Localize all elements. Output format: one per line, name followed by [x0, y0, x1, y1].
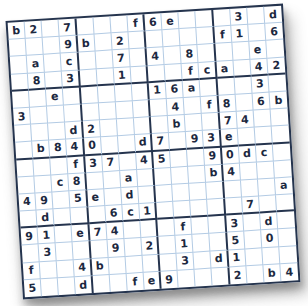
cell-r10c3: c	[52, 174, 70, 192]
cell-r9c14: d	[238, 145, 256, 163]
cell-r6c7	[116, 101, 134, 119]
cell-r13c16	[277, 212, 295, 230]
cell-r11c3	[53, 191, 71, 209]
cell-r1c2: 2	[25, 21, 43, 39]
cell-r10c16	[274, 160, 292, 178]
cell-r5c7	[115, 84, 133, 102]
cell-r4c2: 8	[28, 72, 46, 90]
cell-r6c15: 6	[252, 93, 270, 111]
cell-r3c1	[10, 56, 28, 74]
cell-r2c6	[94, 34, 112, 52]
cell-r8c16	[272, 126, 290, 144]
cell-r7c14: 4	[236, 111, 254, 129]
cell-r16c1: 5	[24, 279, 42, 297]
cell-r15c5: b	[91, 258, 109, 276]
cell-r2c9	[145, 30, 163, 48]
cell-r15c14	[245, 248, 263, 266]
cell-r8c1	[15, 142, 33, 160]
cell-r12c14: 7	[242, 197, 260, 215]
cell-r2c1	[9, 39, 27, 57]
cell-r6c6	[98, 102, 116, 120]
cell-r3c11: 8	[181, 45, 199, 63]
cell-r9c7	[119, 153, 137, 171]
cell-r16c14	[246, 265, 264, 283]
cell-r5c16	[268, 74, 286, 92]
cell-r7c13: 7	[219, 112, 237, 130]
cell-r14c3	[56, 243, 74, 261]
cell-r12c2: d	[37, 209, 55, 227]
cell-r12c7: c	[122, 204, 140, 222]
cell-r8c9: 7	[152, 133, 170, 151]
cell-r7c9	[151, 116, 169, 134]
cell-r6c12: f	[201, 96, 219, 114]
cell-r11c15	[258, 178, 276, 196]
cell-r5c15: 3	[251, 75, 269, 93]
cell-r4c16: 2	[267, 57, 285, 75]
cell-r6c2	[30, 106, 48, 124]
cell-r3c8	[129, 49, 147, 67]
cell-r8c10	[169, 132, 187, 150]
cell-r2c14: 1	[231, 25, 249, 43]
cell-r8c11: 9	[186, 131, 204, 149]
cell-r11c16: a	[275, 177, 293, 195]
cell-r7c10: b	[168, 115, 186, 133]
cell-r11c9	[155, 185, 173, 203]
cell-r1c16: d	[264, 6, 282, 24]
cell-r12c15	[259, 195, 277, 213]
cell-r11c2: 9	[36, 192, 54, 210]
cell-r6c5	[81, 103, 99, 121]
cell-r16c9: 9	[161, 270, 179, 288]
cell-r12c9	[156, 202, 174, 220]
cell-r2c8	[128, 31, 146, 49]
cell-r10c15	[257, 161, 275, 179]
cell-r7c12	[202, 113, 220, 131]
cell-r7c16	[270, 109, 288, 127]
cell-r10c13: 4	[222, 163, 240, 181]
cell-r12c6: 6	[105, 205, 123, 223]
cell-r15c13: 1	[228, 249, 246, 267]
cell-r10c9	[154, 168, 172, 186]
cell-r15c3	[57, 260, 75, 278]
cell-r1c1: b	[8, 22, 26, 40]
cell-r6c9	[150, 99, 168, 117]
cell-r5c1	[12, 90, 30, 108]
cell-r11c13	[224, 180, 242, 198]
cell-r16c12	[212, 267, 230, 285]
cell-r12c1	[20, 210, 38, 228]
cell-r7c5: 2	[82, 120, 100, 138]
cell-r3c15: e	[249, 41, 267, 59]
cell-r5c14	[234, 76, 252, 94]
cell-r1c7	[110, 15, 128, 33]
cell-r2c16: 6	[265, 23, 283, 41]
cell-r5c12	[200, 79, 218, 97]
cell-r6c8	[133, 100, 151, 118]
cell-r16c5	[92, 275, 110, 293]
cell-r15c12: d	[211, 250, 229, 268]
cell-r2c12	[197, 27, 215, 45]
cell-r1c11	[179, 11, 197, 29]
cell-r10c7: a	[120, 170, 138, 188]
cell-r8c14	[237, 128, 255, 146]
cell-r13c14	[243, 214, 261, 232]
cell-r16c4: d	[75, 276, 93, 294]
cell-r1c9: 6	[144, 13, 162, 31]
cell-r10c10	[171, 167, 189, 185]
cell-r1c15	[247, 7, 265, 25]
cell-r14c10: 1	[175, 235, 193, 253]
cell-r14c11	[193, 234, 211, 252]
cell-r4c14	[233, 59, 251, 77]
cell-r13c1: 9	[21, 228, 39, 246]
cell-r5c10: 6	[166, 81, 184, 99]
cell-r3c3	[44, 54, 62, 72]
cell-r9c9: 5	[153, 150, 171, 168]
cell-r11c14	[241, 179, 259, 197]
cell-r7c11	[185, 114, 203, 132]
cell-r14c12	[210, 233, 228, 251]
cell-r6c3	[47, 105, 65, 123]
cell-r9c15: c	[256, 144, 274, 162]
cell-r15c15	[262, 247, 280, 265]
cell-r10c4: 8	[69, 173, 87, 191]
sudoku-grid: b27f6e3d9b2f16ac748e831fca42e16a334f86bd…	[6, 4, 301, 300]
cell-r2c13: f	[214, 26, 232, 44]
cell-r13c4: e	[72, 224, 90, 242]
cell-r1c4: 7	[59, 19, 77, 37]
cell-r16c6	[109, 274, 127, 292]
cell-r16c13: 2	[229, 266, 247, 284]
cell-r4c6	[96, 68, 114, 86]
cell-r7c1	[14, 125, 32, 143]
cell-r8c3: 8	[49, 140, 67, 158]
cell-r4c3	[45, 71, 63, 89]
cell-r10c2	[34, 175, 52, 193]
cell-r16c16: 4	[280, 263, 298, 281]
cell-r15c1: f	[23, 262, 41, 280]
cell-r9c13: 0	[221, 146, 239, 164]
cell-r8c2: b	[32, 141, 50, 159]
cell-r14c8: 2	[141, 237, 159, 255]
cell-r6c10: 4	[167, 98, 185, 116]
cell-r7c2	[31, 124, 49, 142]
cell-r13c9	[157, 219, 175, 237]
cell-r13c2: 1	[38, 227, 56, 245]
screenshot-stage: b27f6e3d9b2f16ac748e831fca42e16a334f86bd…	[0, 0, 308, 306]
puzzle-page: b27f6e3d9b2f16ac748e831fca42e16a334f86bd…	[6, 4, 301, 300]
cell-r5c6	[97, 85, 115, 103]
cell-r12c8: 1	[139, 203, 157, 221]
cell-r15c10: 3	[177, 252, 195, 270]
cell-r2c4: 9	[60, 36, 78, 54]
cell-r4c9	[148, 65, 166, 83]
cell-r15c2	[40, 261, 58, 279]
cell-r16c3	[58, 277, 76, 295]
cell-r8c6	[101, 136, 119, 154]
cell-r12c13	[225, 198, 243, 216]
cell-r13c10: f	[174, 218, 192, 236]
cell-r9c3	[50, 157, 68, 175]
cell-r12c10	[173, 201, 191, 219]
cell-r7c3	[48, 123, 66, 141]
cell-r7c8	[134, 117, 152, 135]
cell-r9c6: 7	[102, 154, 120, 172]
cell-r10c14	[240, 162, 258, 180]
cell-r13c8	[140, 220, 158, 238]
cell-r4c5	[79, 69, 97, 87]
cell-r14c14	[244, 231, 262, 249]
cell-r5c8	[132, 83, 150, 101]
cell-r11c10	[172, 184, 190, 202]
cell-r13c11	[191, 217, 209, 235]
cell-r14c15: 0	[261, 230, 279, 248]
cell-r7c15	[253, 110, 271, 128]
cell-r12c4	[71, 207, 89, 225]
cell-r2c15	[248, 24, 266, 42]
cell-r3c14	[232, 42, 250, 60]
cell-r8c7	[118, 135, 136, 153]
cell-r3c10	[164, 46, 182, 64]
cell-r14c13: 5	[227, 232, 245, 250]
cell-r2c11	[180, 28, 198, 46]
cell-r1c13	[213, 9, 231, 27]
cell-r14c4	[73, 242, 91, 260]
cell-r16c15: b	[263, 264, 281, 282]
cell-r4c13: a	[216, 60, 234, 78]
cell-r11c4: 5	[70, 190, 88, 208]
cell-r2c5: b	[77, 35, 95, 53]
cell-r1c10: e	[161, 12, 179, 30]
cell-r13c12	[209, 216, 227, 234]
cell-r1c14: 3	[230, 8, 248, 26]
cell-r4c4: 3	[62, 70, 80, 88]
cell-r9c8: 4	[136, 152, 154, 170]
cell-r10c5	[86, 172, 104, 190]
cell-r1c3	[42, 20, 60, 38]
cell-r6c11	[184, 97, 202, 115]
cell-r11c12	[206, 182, 224, 200]
cell-r14c2: 3	[39, 244, 57, 262]
cell-r10c8	[137, 169, 155, 187]
cell-r6c4	[64, 104, 82, 122]
cell-r1c8: f	[127, 14, 145, 32]
cell-r10c6	[103, 171, 121, 189]
cell-r12c16	[276, 194, 294, 212]
cell-r2c7: 2	[111, 33, 129, 51]
cell-r5c3: e	[46, 88, 64, 106]
cell-r9c16	[273, 143, 291, 161]
cell-r16c8: e	[143, 272, 161, 290]
cell-r4c12: c	[199, 61, 217, 79]
cell-r1c5	[76, 17, 94, 35]
cell-r8c4: 4	[66, 139, 84, 157]
cell-r11c11	[189, 183, 207, 201]
cell-r14c6: 9	[107, 239, 125, 257]
cell-r4c15: 4	[250, 58, 268, 76]
cell-r5c2	[29, 89, 47, 107]
cell-r3c9: 4	[147, 48, 165, 66]
cell-r16c11	[195, 268, 213, 286]
cell-r15c4: 4	[74, 259, 92, 277]
cell-r11c5: e	[87, 189, 105, 207]
cell-r2c2	[26, 38, 44, 56]
cell-r14c7	[124, 238, 142, 256]
cell-r8c12: 3	[203, 130, 221, 148]
cell-r5c4	[63, 87, 81, 105]
cell-r15c7	[125, 255, 143, 273]
cell-r3c2: a	[27, 55, 45, 73]
cell-r11c7: d	[121, 187, 139, 205]
cell-r13c13: 3	[226, 215, 244, 233]
cell-r10c11	[188, 165, 206, 183]
cell-r8c5: 0	[84, 138, 102, 156]
cell-r16c2	[41, 278, 59, 296]
cell-r11c8	[138, 186, 156, 204]
cell-r9c5: 3	[85, 155, 103, 173]
cell-r6c13: 8	[218, 95, 236, 113]
cell-r14c9	[158, 236, 176, 254]
cell-r5c13	[217, 78, 235, 96]
cell-r8c8: d	[135, 134, 153, 152]
cell-r13c15: d	[260, 213, 278, 231]
cell-r1c6	[93, 16, 111, 34]
cell-r9c2	[33, 158, 51, 176]
cell-r15c11	[194, 251, 212, 269]
cell-r6c1: 3	[13, 108, 31, 126]
cell-r13c5: 7	[89, 223, 107, 241]
cell-r11c6	[104, 188, 122, 206]
cell-r2c10	[163, 29, 181, 47]
cell-r15c6	[108, 257, 126, 275]
cell-r5c9: 1	[149, 82, 167, 100]
cell-r10c1	[17, 176, 35, 194]
cell-r6c16: b	[269, 91, 287, 109]
cell-r15c16	[279, 246, 297, 264]
cell-r12c3	[54, 208, 72, 226]
cell-r8c15	[254, 127, 272, 145]
cell-r3c12	[198, 44, 216, 62]
cell-r13c3	[55, 225, 73, 243]
cell-r5c11: a	[183, 80, 201, 98]
cell-r2c3	[43, 37, 61, 55]
cell-r16c10	[178, 269, 196, 287]
cell-r3c13	[215, 43, 233, 61]
cell-r11c1: 4	[18, 193, 36, 211]
cell-r14c1	[22, 245, 40, 263]
cell-r3c5	[78, 52, 96, 70]
cell-r5c5	[80, 86, 98, 104]
cell-r4c1	[11, 73, 29, 91]
cell-r9c11	[187, 148, 205, 166]
cell-r16c7: f	[126, 273, 144, 291]
cell-r3c6	[95, 51, 113, 69]
cell-r9c12: 9	[204, 147, 222, 165]
cell-r10c12: b	[205, 164, 223, 182]
cell-r3c16	[266, 40, 284, 58]
cell-r4c8	[131, 66, 149, 84]
cell-r3c7: 7	[112, 50, 130, 68]
cell-r9c10	[170, 149, 188, 167]
cell-r14c16	[278, 229, 296, 247]
cell-r7c4: d	[65, 121, 83, 139]
cell-r4c7: 1	[113, 67, 131, 85]
cell-r15c9	[159, 253, 177, 271]
cell-r12c5	[88, 206, 106, 224]
cell-r7c6	[100, 119, 118, 137]
cell-r1c12	[196, 10, 214, 28]
cell-r12c12	[208, 199, 226, 217]
cell-r14c5	[90, 240, 108, 258]
cell-r13c6: 4	[106, 222, 124, 240]
cell-r7c7	[117, 118, 135, 136]
cell-r6c14	[235, 94, 253, 112]
cell-r4c10	[165, 64, 183, 82]
cell-r9c4: f	[68, 156, 86, 174]
cell-r13c7	[123, 221, 141, 239]
cell-r9c1	[16, 159, 34, 177]
cell-r15c8	[142, 254, 160, 272]
cell-r4c11: f	[182, 63, 200, 81]
cell-r8c13: e	[220, 129, 238, 147]
cell-r12c11	[190, 200, 208, 218]
cell-r3c4: c	[61, 53, 79, 71]
